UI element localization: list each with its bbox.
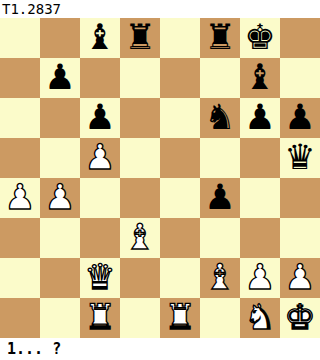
square-d7[interactable] xyxy=(120,58,160,98)
square-a5[interactable] xyxy=(0,138,40,178)
square-c3[interactable] xyxy=(80,218,120,258)
black-rook-piece: ♜ xyxy=(124,18,155,57)
square-d4[interactable] xyxy=(120,178,160,218)
square-h8[interactable] xyxy=(280,18,320,58)
square-f4[interactable]: ♟ xyxy=(200,178,240,218)
white-queen-piece: ♛ xyxy=(84,258,115,297)
square-f5[interactable] xyxy=(200,138,240,178)
square-g8[interactable]: ♚ xyxy=(240,18,280,58)
square-g6[interactable]: ♟ xyxy=(240,98,280,138)
square-b7[interactable]: ♟ xyxy=(40,58,80,98)
white-rook-piece: ♜ xyxy=(164,298,195,337)
square-b3[interactable] xyxy=(40,218,80,258)
move-prompt: 1... ? xyxy=(7,338,61,360)
status-bar: 1... ? xyxy=(0,338,320,360)
square-d8[interactable]: ♜ xyxy=(120,18,160,58)
puzzle-id-label: T1.2837 xyxy=(2,0,61,18)
black-knight-piece: ♞ xyxy=(204,98,235,137)
square-g7[interactable]: ♝ xyxy=(240,58,280,98)
black-pawn-piece: ♟ xyxy=(44,58,75,97)
square-b1[interactable] xyxy=(40,298,80,338)
square-e2[interactable] xyxy=(160,258,200,298)
white-pawn-piece: ♟ xyxy=(84,138,115,177)
square-c5[interactable]: ♟ xyxy=(80,138,120,178)
black-bishop-piece: ♝ xyxy=(244,58,275,97)
square-b5[interactable] xyxy=(40,138,80,178)
square-f3[interactable] xyxy=(200,218,240,258)
square-g4[interactable] xyxy=(240,178,280,218)
square-e1[interactable]: ♜ xyxy=(160,298,200,338)
white-pawn-piece: ♟ xyxy=(44,178,75,217)
square-h5[interactable]: ♛ xyxy=(280,138,320,178)
square-a2[interactable] xyxy=(0,258,40,298)
square-d3[interactable]: ♝ xyxy=(120,218,160,258)
square-b8[interactable] xyxy=(40,18,80,58)
square-g1[interactable]: ♞ xyxy=(240,298,280,338)
white-pawn-piece: ♟ xyxy=(284,258,315,297)
square-d6[interactable] xyxy=(120,98,160,138)
black-rook-piece: ♜ xyxy=(204,18,235,57)
square-d5[interactable] xyxy=(120,138,160,178)
square-c1[interactable]: ♜ xyxy=(80,298,120,338)
square-e8[interactable] xyxy=(160,18,200,58)
square-h7[interactable] xyxy=(280,58,320,98)
black-pawn-piece: ♟ xyxy=(284,98,315,137)
square-a3[interactable] xyxy=(0,218,40,258)
square-c4[interactable] xyxy=(80,178,120,218)
square-b6[interactable] xyxy=(40,98,80,138)
square-g5[interactable] xyxy=(240,138,280,178)
square-h1[interactable]: ♚ xyxy=(280,298,320,338)
square-h4[interactable] xyxy=(280,178,320,218)
square-e6[interactable] xyxy=(160,98,200,138)
title-bar: T1.2837 xyxy=(0,0,320,18)
black-king-piece: ♚ xyxy=(244,18,275,57)
square-a7[interactable] xyxy=(0,58,40,98)
square-e5[interactable] xyxy=(160,138,200,178)
square-a4[interactable]: ♟ xyxy=(0,178,40,218)
white-knight-piece: ♞ xyxy=(244,298,275,337)
white-rook-piece: ♜ xyxy=(84,298,115,337)
black-pawn-piece: ♟ xyxy=(244,98,275,137)
square-c7[interactable] xyxy=(80,58,120,98)
square-d1[interactable] xyxy=(120,298,160,338)
square-d2[interactable] xyxy=(120,258,160,298)
black-bishop-piece: ♝ xyxy=(84,18,115,57)
square-e7[interactable] xyxy=(160,58,200,98)
square-a1[interactable] xyxy=(0,298,40,338)
square-a6[interactable] xyxy=(0,98,40,138)
square-c6[interactable]: ♟ xyxy=(80,98,120,138)
square-h6[interactable]: ♟ xyxy=(280,98,320,138)
square-c2[interactable]: ♛ xyxy=(80,258,120,298)
square-f7[interactable] xyxy=(200,58,240,98)
square-g2[interactable]: ♟ xyxy=(240,258,280,298)
white-king-piece: ♚ xyxy=(284,298,315,337)
square-g3[interactable] xyxy=(240,218,280,258)
chess-board: ♝♜♜♚♟♝♟♞♟♟♟♛♟♟♟♝♛♝♟♟♜♜♞♚ xyxy=(0,18,320,338)
square-e3[interactable] xyxy=(160,218,200,258)
black-pawn-piece: ♟ xyxy=(204,178,235,217)
white-pawn-piece: ♟ xyxy=(244,258,275,297)
square-f6[interactable]: ♞ xyxy=(200,98,240,138)
square-b4[interactable]: ♟ xyxy=(40,178,80,218)
square-h3[interactable] xyxy=(280,218,320,258)
white-bishop-piece: ♝ xyxy=(124,218,155,257)
square-h2[interactable]: ♟ xyxy=(280,258,320,298)
square-a8[interactable] xyxy=(0,18,40,58)
square-c8[interactable]: ♝ xyxy=(80,18,120,58)
square-f8[interactable]: ♜ xyxy=(200,18,240,58)
square-f1[interactable] xyxy=(200,298,240,338)
square-e4[interactable] xyxy=(160,178,200,218)
black-pawn-piece: ♟ xyxy=(84,98,115,137)
black-queen-piece: ♛ xyxy=(284,138,315,177)
white-pawn-piece: ♟ xyxy=(4,178,35,217)
white-bishop-piece: ♝ xyxy=(204,258,235,297)
square-f2[interactable]: ♝ xyxy=(200,258,240,298)
square-b2[interactable] xyxy=(40,258,80,298)
